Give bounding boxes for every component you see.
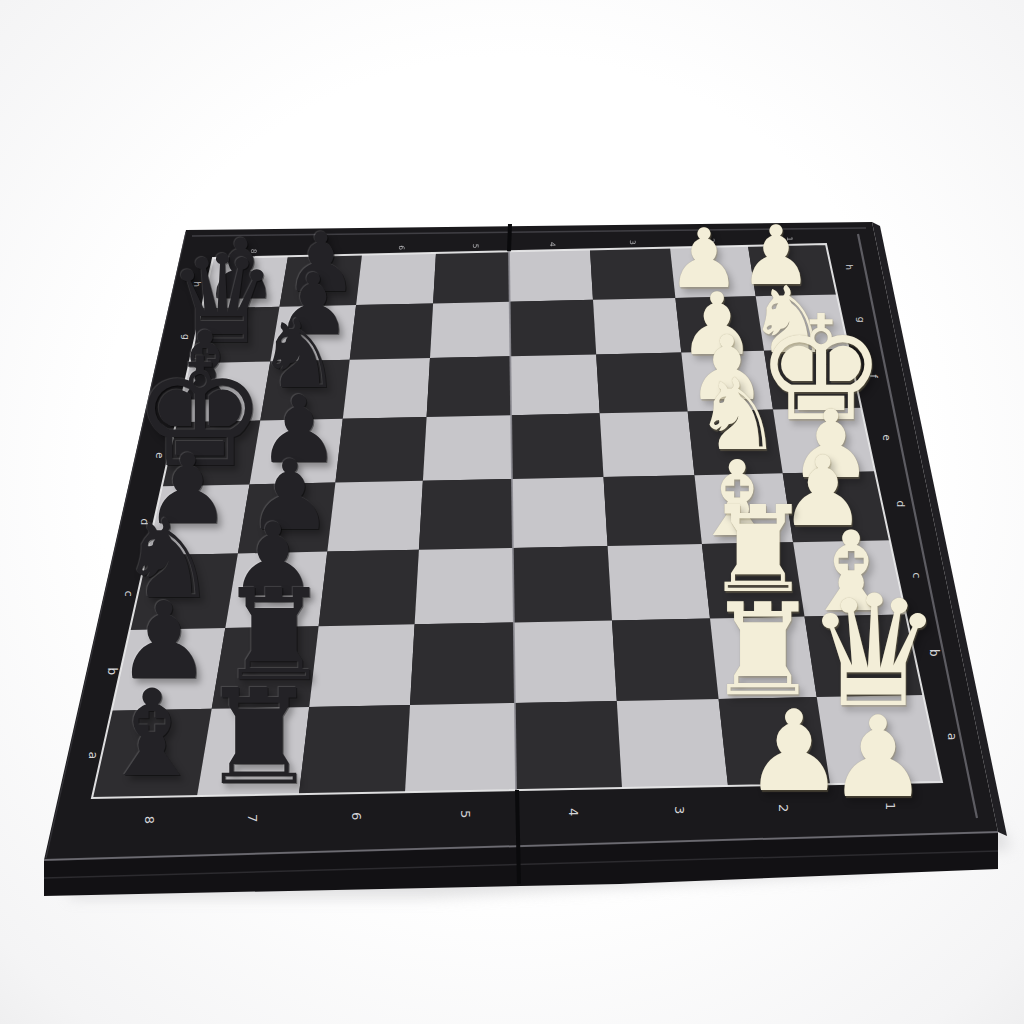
rank-label-near-8: 8 [142,816,157,824]
square-h3 [590,248,675,300]
square-h5 [433,251,510,303]
square-g5 [430,302,510,358]
rank-label-near-4: 4 [566,808,581,816]
rank-label-far-6: 6 [397,245,406,250]
square-f5 [427,356,512,417]
square-d3 [604,475,702,546]
fold-notch-near [517,790,519,884]
file-label-right-d: d [894,500,907,507]
rank-label-near-7: 7 [245,814,260,822]
product-photo: 8765432187654321aabbccddeeffgghh ♝♟♞♟♚♝♛… [0,0,1024,1024]
square-b3 [612,619,719,702]
square-f3 [596,353,688,414]
square-g4 [510,300,597,356]
square-h4 [509,249,593,301]
square-b5 [410,622,515,705]
square-c5 [415,548,514,624]
square-b4 [514,620,617,703]
rank-label-far-3: 3 [628,240,637,245]
rank-label-near-6: 6 [349,812,364,820]
rank-label-near-3: 3 [672,806,687,814]
file-label-right-h: h [844,264,854,270]
rank-label-far-5: 5 [471,244,480,249]
piece-black-bishop-a8[interactable]: ♝ [98,674,206,794]
square-f6 [343,358,430,419]
square-e4 [511,413,603,479]
square-h6 [356,253,436,305]
square-c4 [513,546,612,622]
rank-label-far-4: 4 [548,242,557,247]
square-f4 [510,354,599,415]
square-e6 [335,417,426,483]
square-a5 [405,703,516,792]
file-label-right-a: a [945,733,960,741]
piece-white-pawn-a1[interactable]: ♟ [828,701,928,813]
square-d4 [512,477,608,548]
piece-black-rook-a7[interactable]: ♜ [200,671,318,803]
square-g6 [350,303,433,359]
square-d5 [419,479,513,550]
square-a4 [515,701,622,790]
square-e3 [600,411,695,477]
rank-label-near-5: 5 [458,810,473,818]
square-d6 [327,481,423,552]
square-g3 [593,298,681,354]
fold-notch-far [509,224,510,251]
square-c6 [319,550,419,626]
square-e5 [423,415,512,481]
